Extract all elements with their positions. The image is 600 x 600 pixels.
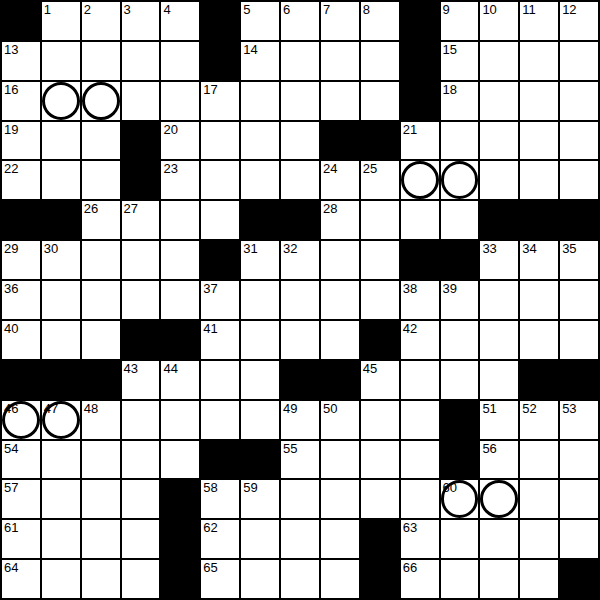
white-cell[interactable]: 31 [241,241,279,279]
clue-number: 41 [203,322,217,336]
black-cell [122,161,160,199]
white-cell[interactable] [361,42,399,80]
black-cell [401,42,439,80]
white-cell[interactable] [361,401,399,439]
white-cell[interactable] [42,560,80,598]
black-cell [241,201,279,239]
black-cell [201,441,239,479]
white-cell[interactable] [480,82,518,120]
white-cell[interactable]: 25 [361,161,399,199]
white-cell[interactable]: 2 [82,2,120,40]
clue-number: 33 [482,242,496,256]
crossword-grid: 1234567891011121314151617181920212223242… [0,0,600,600]
black-cell [122,321,160,359]
white-cell[interactable]: 53 [560,401,598,439]
white-cell[interactable] [321,480,359,518]
white-cell[interactable] [441,361,479,399]
white-cell[interactable]: 51 [480,401,518,439]
white-cell[interactable]: 49 [281,401,319,439]
white-cell[interactable] [361,201,399,239]
white-cell[interactable] [241,560,279,598]
white-cell[interactable] [480,560,518,598]
white-cell[interactable]: 48 [82,401,120,439]
black-cell [560,560,598,598]
white-cell[interactable]: 7 [321,2,359,40]
white-cell[interactable]: 1 [42,2,80,40]
white-cell[interactable] [281,82,319,120]
black-cell [241,441,279,479]
clue-number: 25 [363,162,377,176]
white-cell[interactable] [281,480,319,518]
white-cell[interactable]: 47 [42,401,80,439]
white-cell[interactable]: 11 [520,2,558,40]
black-cell [441,241,479,279]
black-cell [122,122,160,160]
white-cell[interactable] [520,321,558,359]
white-cell[interactable]: 50 [321,401,359,439]
white-cell[interactable] [480,122,518,160]
white-cell[interactable] [321,441,359,479]
white-cell[interactable]: 43 [122,361,160,399]
white-cell[interactable] [560,321,598,359]
white-cell[interactable]: 37 [201,281,239,319]
clue-number: 66 [403,561,417,575]
black-cell [281,201,319,239]
white-cell[interactable]: 65 [201,560,239,598]
clue-number: 64 [4,561,18,575]
clue-number: 43 [124,362,138,376]
black-cell [2,2,40,40]
white-cell[interactable] [42,82,80,120]
white-cell[interactable] [321,321,359,359]
white-cell[interactable] [361,82,399,120]
white-cell[interactable]: 57 [2,480,40,518]
white-cell[interactable]: 3 [122,2,160,40]
black-cell [401,2,439,40]
clue-number: 53 [562,402,576,416]
white-cell[interactable] [42,480,80,518]
clue-number: 44 [163,362,177,376]
clue-number: 47 [44,402,58,416]
white-cell[interactable] [401,201,439,239]
white-cell[interactable]: 55 [281,441,319,479]
white-cell[interactable] [401,480,439,518]
white-cell[interactable] [201,201,239,239]
clue-number: 7 [323,3,330,17]
white-cell[interactable] [520,441,558,479]
white-cell[interactable] [82,241,120,279]
white-cell[interactable] [321,281,359,319]
white-cell[interactable] [361,441,399,479]
clue-number: 2 [84,3,91,17]
white-cell[interactable] [520,82,558,120]
clue-number: 1 [44,3,51,17]
white-cell[interactable]: 17 [201,82,239,120]
white-cell[interactable] [241,281,279,319]
clue-number: 16 [4,83,18,97]
white-cell[interactable] [241,401,279,439]
circle-marker [401,161,439,199]
white-cell[interactable]: 58 [201,480,239,518]
clue-number: 17 [203,83,217,97]
white-cell[interactable]: 34 [520,241,558,279]
clue-number: 28 [323,202,337,216]
white-cell[interactable] [480,281,518,319]
white-cell[interactable]: 19 [2,122,40,160]
white-cell[interactable] [520,560,558,598]
white-cell[interactable] [441,560,479,598]
white-cell[interactable] [321,520,359,558]
white-cell[interactable]: 33 [480,241,518,279]
black-cell [441,401,479,439]
white-cell[interactable] [161,201,199,239]
clue-number: 48 [84,402,98,416]
white-cell[interactable]: 12 [560,2,598,40]
white-cell[interactable] [480,480,518,518]
white-cell[interactable] [560,42,598,80]
white-cell[interactable] [480,161,518,199]
white-cell[interactable] [122,520,160,558]
black-cell [520,361,558,399]
white-cell[interactable]: 42 [401,321,439,359]
clue-number: 10 [482,3,496,17]
white-cell[interactable] [441,321,479,359]
white-cell[interactable]: 56 [480,441,518,479]
white-cell[interactable]: 35 [560,241,598,279]
black-cell [161,321,199,359]
white-cell[interactable] [241,520,279,558]
white-cell[interactable] [82,441,120,479]
white-cell[interactable] [201,401,239,439]
white-cell[interactable] [241,161,279,199]
white-cell[interactable]: 23 [161,161,199,199]
black-cell [321,122,359,160]
white-cell[interactable]: 36 [2,281,40,319]
white-cell[interactable] [122,441,160,479]
clue-number: 40 [4,322,18,336]
white-cell[interactable] [161,401,199,439]
white-cell[interactable] [122,281,160,319]
white-cell[interactable]: 24 [321,161,359,199]
clue-number: 39 [443,282,457,296]
clue-number: 31 [243,242,257,256]
clue-number: 3 [124,3,131,17]
white-cell[interactable] [401,441,439,479]
black-cell [361,122,399,160]
clue-number: 38 [403,282,417,296]
circle-marker [441,161,479,199]
clue-number: 24 [323,162,337,176]
white-cell[interactable]: 46 [2,401,40,439]
clue-number: 54 [4,442,18,456]
white-cell[interactable]: 59 [241,480,279,518]
clue-number: 9 [443,3,450,17]
white-cell[interactable] [321,42,359,80]
white-cell[interactable] [441,122,479,160]
clue-number: 32 [283,242,297,256]
clue-number: 5 [243,3,250,17]
white-cell[interactable] [161,281,199,319]
clue-number: 26 [84,202,98,216]
white-cell[interactable] [42,441,80,479]
clue-number: 62 [203,521,217,535]
black-cell [361,560,399,598]
white-cell[interactable] [42,161,80,199]
white-cell[interactable]: 30 [42,241,80,279]
white-cell[interactable]: 8 [361,2,399,40]
white-cell[interactable]: 21 [401,122,439,160]
white-cell[interactable]: 61 [2,520,40,558]
clue-number: 45 [363,362,377,376]
clue-number: 12 [562,3,576,17]
clue-number: 29 [4,242,18,256]
white-cell[interactable]: 32 [281,241,319,279]
clue-number: 34 [522,242,536,256]
white-cell[interactable] [441,201,479,239]
black-cell [201,42,239,80]
black-cell [361,520,399,558]
black-cell [441,441,479,479]
clue-number: 6 [283,3,290,17]
clue-number: 14 [243,43,257,57]
white-cell[interactable] [520,480,558,518]
white-cell[interactable]: 6 [281,2,319,40]
white-cell[interactable] [480,42,518,80]
circle-marker [480,480,518,518]
black-cell [201,241,239,279]
circle-marker [82,82,120,120]
white-cell[interactable] [122,401,160,439]
white-cell[interactable] [82,122,120,160]
clue-number: 15 [443,43,457,57]
white-cell[interactable] [480,361,518,399]
clue-number: 56 [482,442,496,456]
white-cell[interactable]: 40 [2,321,40,359]
clue-number: 27 [124,202,138,216]
white-cell[interactable] [42,281,80,319]
white-cell[interactable] [281,520,319,558]
clue-number: 13 [4,43,18,57]
white-cell[interactable] [321,560,359,598]
white-cell[interactable] [42,520,80,558]
white-cell[interactable]: 29 [2,241,40,279]
white-cell[interactable] [560,520,598,558]
white-cell[interactable] [281,42,319,80]
clue-number: 60 [443,481,457,495]
white-cell[interactable] [82,82,120,120]
white-cell[interactable] [122,480,160,518]
clue-number: 50 [323,402,337,416]
clue-number: 11 [522,3,536,17]
white-cell[interactable] [401,401,439,439]
clue-number: 37 [203,282,217,296]
white-cell[interactable] [520,161,558,199]
white-cell[interactable] [281,321,319,359]
white-cell[interactable] [82,281,120,319]
white-cell[interactable]: 63 [401,520,439,558]
black-cell [560,361,598,399]
black-cell [2,361,40,399]
black-cell [281,361,319,399]
clue-number: 35 [562,242,576,256]
black-cell [361,321,399,359]
white-cell[interactable]: 9 [441,2,479,40]
white-cell[interactable]: 27 [122,201,160,239]
white-cell[interactable]: 14 [241,42,279,80]
white-cell[interactable] [520,42,558,80]
white-cell[interactable] [201,361,239,399]
black-cell [42,201,80,239]
white-cell[interactable] [241,122,279,160]
clue-number: 58 [203,481,217,495]
white-cell[interactable] [560,122,598,160]
black-cell [82,361,120,399]
white-cell[interactable] [361,241,399,279]
white-cell[interactable] [321,241,359,279]
white-cell[interactable] [82,480,120,518]
black-cell [520,201,558,239]
black-cell [2,201,40,239]
black-cell [201,2,239,40]
clue-number: 19 [4,123,18,137]
white-cell[interactable] [161,42,199,80]
white-cell[interactable]: 16 [2,82,40,120]
clue-number: 30 [44,242,58,256]
white-cell[interactable] [281,161,319,199]
white-cell[interactable] [42,122,80,160]
black-cell [401,241,439,279]
white-cell[interactable]: 62 [201,520,239,558]
clue-number: 52 [522,402,536,416]
circle-marker [42,82,80,120]
white-cell[interactable] [480,520,518,558]
white-cell[interactable] [441,161,479,199]
white-cell[interactable] [201,161,239,199]
clue-number: 49 [283,402,297,416]
black-cell [161,480,199,518]
white-cell[interactable] [122,82,160,120]
white-cell[interactable]: 10 [480,2,518,40]
white-cell[interactable] [241,361,279,399]
white-cell[interactable] [560,281,598,319]
white-cell[interactable]: 28 [321,201,359,239]
white-cell[interactable] [82,42,120,80]
black-cell [480,201,518,239]
white-cell[interactable] [161,241,199,279]
white-cell[interactable] [161,441,199,479]
white-cell[interactable]: 60 [441,480,479,518]
white-cell[interactable]: 20 [161,122,199,160]
black-cell [161,520,199,558]
white-cell[interactable]: 44 [161,361,199,399]
clue-number: 4 [163,3,170,17]
white-cell[interactable] [520,281,558,319]
white-cell[interactable] [321,82,359,120]
white-cell[interactable] [520,520,558,558]
white-cell[interactable]: 38 [401,281,439,319]
clue-number: 20 [163,123,177,137]
clue-number: 36 [4,282,18,296]
white-cell[interactable] [42,321,80,359]
black-cell [42,361,80,399]
white-cell[interactable] [122,560,160,598]
clue-number: 42 [403,322,417,336]
clue-number: 61 [4,521,18,535]
black-cell [161,560,199,598]
white-cell[interactable]: 66 [401,560,439,598]
black-cell [560,201,598,239]
white-cell[interactable]: 64 [2,560,40,598]
clue-number: 55 [283,442,297,456]
white-cell[interactable] [401,161,439,199]
white-cell[interactable] [122,241,160,279]
white-cell[interactable] [241,321,279,359]
clue-number: 65 [203,561,217,575]
white-cell[interactable] [201,122,239,160]
white-cell[interactable] [361,480,399,518]
white-cell[interactable]: 41 [201,321,239,359]
white-cell[interactable]: 39 [441,281,479,319]
black-cell [321,361,359,399]
white-cell[interactable]: 15 [441,42,479,80]
white-cell[interactable] [42,42,80,80]
clue-number: 46 [4,402,18,416]
clue-number: 22 [4,162,18,176]
white-cell[interactable] [281,281,319,319]
white-cell[interactable] [560,480,598,518]
white-cell[interactable]: 54 [2,441,40,479]
clue-number: 8 [363,3,370,17]
white-cell[interactable] [82,161,120,199]
clue-number: 51 [482,402,496,416]
clue-number: 63 [403,521,417,535]
white-cell[interactable] [401,361,439,399]
white-cell[interactable] [122,42,160,80]
white-cell[interactable] [560,82,598,120]
white-cell[interactable]: 22 [2,161,40,199]
white-cell[interactable]: 26 [82,201,120,239]
white-cell[interactable] [361,281,399,319]
white-cell[interactable] [241,82,279,120]
clue-number: 59 [243,481,257,495]
white-cell[interactable] [441,520,479,558]
white-cell[interactable] [82,520,120,558]
white-cell[interactable] [281,122,319,160]
white-cell[interactable] [480,321,518,359]
white-cell[interactable] [281,560,319,598]
clue-number: 21 [403,123,417,137]
white-cell[interactable]: 52 [520,401,558,439]
black-cell [401,82,439,120]
white-cell[interactable] [82,560,120,598]
white-cell[interactable]: 4 [161,2,199,40]
clue-number: 57 [4,481,18,495]
white-cell[interactable]: 5 [241,2,279,40]
white-cell[interactable]: 18 [441,82,479,120]
clue-number: 23 [163,162,177,176]
white-cell[interactable] [161,82,199,120]
white-cell[interactable] [560,161,598,199]
white-cell[interactable] [82,321,120,359]
white-cell[interactable]: 13 [2,42,40,80]
white-cell[interactable] [520,122,558,160]
white-cell[interactable] [560,441,598,479]
clue-number: 18 [443,83,457,97]
white-cell[interactable]: 45 [361,361,399,399]
